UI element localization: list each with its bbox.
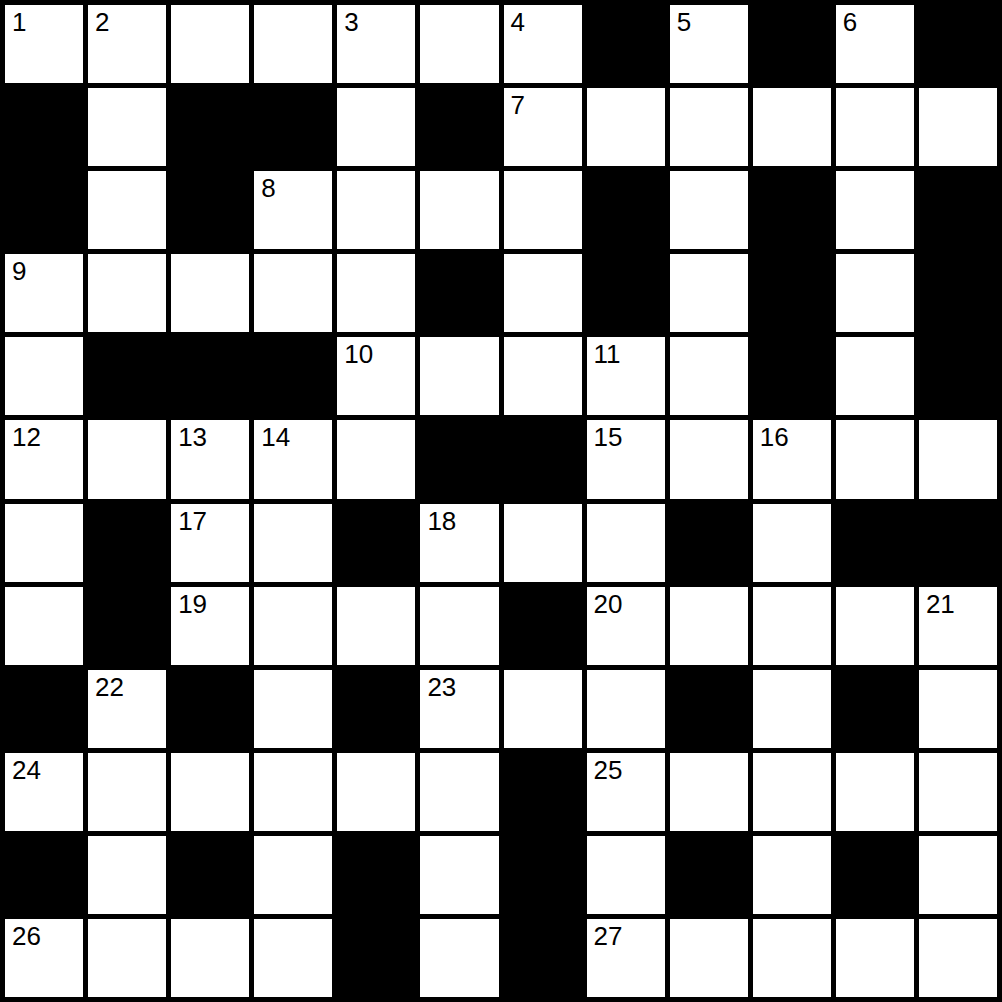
grid-cell[interactable] <box>420 836 498 914</box>
blocked-cell <box>171 88 249 166</box>
clue-number: 23 <box>427 673 456 702</box>
clue-number: 14 <box>261 423 290 452</box>
blocked-cell <box>171 337 249 415</box>
clue-number: 11 <box>594 340 621 369</box>
blocked-cell <box>88 504 166 582</box>
clue-number: 17 <box>178 507 207 536</box>
grid-cell[interactable] <box>587 836 665 914</box>
clue-number: 13 <box>178 423 207 452</box>
blocked-cell <box>670 670 748 748</box>
grid-cell[interactable] <box>337 587 415 665</box>
blocked-cell <box>753 5 831 83</box>
grid-cell[interactable] <box>337 753 415 831</box>
grid-cell[interactable]: 26 <box>5 919 83 997</box>
blocked-cell <box>753 254 831 332</box>
grid-cell[interactable] <box>88 171 166 249</box>
grid-cell[interactable] <box>254 753 332 831</box>
grid-cell[interactable] <box>88 836 166 914</box>
grid-cell[interactable] <box>254 670 332 748</box>
grid-cell[interactable]: 11 <box>587 337 665 415</box>
grid-cell[interactable] <box>254 254 332 332</box>
grid-cell[interactable]: 9 <box>5 254 83 332</box>
grid-cell[interactable] <box>836 88 914 166</box>
clue-number: 19 <box>178 590 207 619</box>
blocked-cell <box>504 919 582 997</box>
grid-cell[interactable] <box>171 254 249 332</box>
grid-cell[interactable] <box>88 254 166 332</box>
grid-cell[interactable]: 1 <box>5 5 83 83</box>
grid-cell[interactable] <box>420 919 498 997</box>
grid-cell[interactable] <box>254 5 332 83</box>
blocked-cell <box>919 254 997 332</box>
clue-number: 18 <box>427 507 456 536</box>
grid-cell[interactable] <box>919 670 997 748</box>
blocked-cell <box>670 836 748 914</box>
grid-cell[interactable]: 20 <box>587 587 665 665</box>
grid-cell[interactable]: 7 <box>504 88 582 166</box>
grid-cell[interactable] <box>587 670 665 748</box>
grid-cell[interactable] <box>670 254 748 332</box>
grid-cell[interactable] <box>919 753 997 831</box>
blocked-cell <box>171 670 249 748</box>
grid-cell[interactable] <box>504 670 582 748</box>
blocked-cell <box>88 587 166 665</box>
grid-cell[interactable] <box>88 919 166 997</box>
grid-cell[interactable]: 22 <box>88 670 166 748</box>
clue-number: 5 <box>677 8 691 37</box>
blocked-cell <box>670 504 748 582</box>
grid-cell[interactable] <box>504 254 582 332</box>
clue-number: 15 <box>594 423 623 452</box>
blocked-cell <box>337 504 415 582</box>
blocked-cell <box>753 171 831 249</box>
grid-cell[interactable] <box>88 420 166 498</box>
grid-cell[interactable] <box>254 504 332 582</box>
grid-cell[interactable] <box>836 337 914 415</box>
blocked-cell <box>587 254 665 332</box>
grid-cell[interactable]: 17 <box>171 504 249 582</box>
grid-cell[interactable] <box>670 587 748 665</box>
grid-cell[interactable] <box>254 919 332 997</box>
grid-cell[interactable] <box>670 171 748 249</box>
blocked-cell <box>919 337 997 415</box>
grid-cell[interactable]: 18 <box>420 504 498 582</box>
grid-cell[interactable] <box>5 587 83 665</box>
blocked-cell <box>753 337 831 415</box>
grid-cell[interactable] <box>420 587 498 665</box>
blocked-cell <box>919 5 997 83</box>
grid-cell[interactable] <box>919 420 997 498</box>
blocked-cell <box>587 5 665 83</box>
blocked-cell <box>337 670 415 748</box>
grid-cell[interactable]: 5 <box>670 5 748 83</box>
clue-number: 7 <box>511 91 525 120</box>
grid-cell[interactable]: 16 <box>753 420 831 498</box>
blocked-cell <box>836 504 914 582</box>
clue-number: 21 <box>926 590 955 619</box>
grid-cell[interactable]: 27 <box>587 919 665 997</box>
blocked-cell <box>504 836 582 914</box>
blocked-cell <box>5 171 83 249</box>
grid-cell[interactable] <box>753 587 831 665</box>
grid-cell[interactable]: 19 <box>171 587 249 665</box>
grid-cell[interactable]: 8 <box>254 171 332 249</box>
blocked-cell <box>504 587 582 665</box>
grid-cell[interactable] <box>337 88 415 166</box>
grid-cell[interactable] <box>254 836 332 914</box>
blocked-cell <box>587 171 665 249</box>
grid-cell[interactable] <box>753 919 831 997</box>
grid-cell[interactable]: 23 <box>420 670 498 748</box>
grid-cell[interactable]: 21 <box>919 587 997 665</box>
blocked-cell <box>5 670 83 748</box>
grid-cell[interactable] <box>919 836 997 914</box>
blocked-cell <box>171 836 249 914</box>
grid-cell[interactable] <box>836 171 914 249</box>
grid-cell[interactable]: 15 <box>587 420 665 498</box>
grid-cell[interactable] <box>337 254 415 332</box>
grid-cell[interactable] <box>836 254 914 332</box>
grid-cell[interactable] <box>670 337 748 415</box>
blocked-cell <box>254 88 332 166</box>
blocked-cell <box>919 171 997 249</box>
grid-cell[interactable] <box>420 337 498 415</box>
grid-cell[interactable]: 10 <box>337 337 415 415</box>
grid-cell[interactable] <box>171 919 249 997</box>
clue-number: 12 <box>12 423 41 452</box>
grid-cell[interactable] <box>254 587 332 665</box>
grid-cell[interactable] <box>753 753 831 831</box>
grid-cell[interactable]: 14 <box>254 420 332 498</box>
grid-cell[interactable]: 3 <box>337 5 415 83</box>
grid-cell[interactable] <box>836 753 914 831</box>
grid-cell[interactable] <box>420 5 498 83</box>
grid-cell[interactable] <box>337 420 415 498</box>
blocked-cell <box>88 337 166 415</box>
grid-cell[interactable]: 25 <box>587 753 665 831</box>
grid-cell[interactable] <box>836 919 914 997</box>
grid-cell[interactable] <box>504 504 582 582</box>
clue-number: 3 <box>344 8 358 37</box>
grid-cell[interactable] <box>753 836 831 914</box>
blocked-cell <box>420 88 498 166</box>
clue-number: 16 <box>760 423 789 452</box>
grid-cell[interactable] <box>670 88 748 166</box>
blocked-cell <box>337 919 415 997</box>
clue-number: 27 <box>594 922 623 951</box>
blocked-cell <box>919 504 997 582</box>
grid-cell[interactable] <box>337 171 415 249</box>
clue-number: 4 <box>511 8 525 37</box>
grid-cell[interactable]: 2 <box>88 5 166 83</box>
grid-cell[interactable] <box>753 670 831 748</box>
clue-number: 22 <box>95 673 124 702</box>
grid-cell[interactable] <box>504 337 582 415</box>
grid-cell[interactable] <box>836 420 914 498</box>
grid-cell[interactable]: 13 <box>171 420 249 498</box>
grid-cell[interactable] <box>587 88 665 166</box>
grid-cell[interactable] <box>171 5 249 83</box>
clue-number: 9 <box>12 257 26 286</box>
grid-cell[interactable]: 6 <box>836 5 914 83</box>
blocked-cell <box>171 171 249 249</box>
grid-cell[interactable] <box>836 587 914 665</box>
grid-cell[interactable] <box>753 88 831 166</box>
clue-number: 1 <box>12 8 26 37</box>
grid-cell[interactable] <box>670 420 748 498</box>
blocked-cell <box>836 670 914 748</box>
blocked-cell <box>5 88 83 166</box>
clue-number: 20 <box>594 590 623 619</box>
crossword-grid: 1234567891011121314151617181920212223242… <box>0 0 1002 1002</box>
clue-number: 8 <box>261 174 275 203</box>
blocked-cell <box>504 753 582 831</box>
blocked-cell <box>254 337 332 415</box>
clue-number: 6 <box>843 8 857 37</box>
grid-cell[interactable] <box>420 753 498 831</box>
grid-cell[interactable] <box>504 171 582 249</box>
grid-cell[interactable]: 12 <box>5 420 83 498</box>
blocked-cell <box>5 836 83 914</box>
blocked-cell <box>504 420 582 498</box>
clue-number: 26 <box>12 922 41 951</box>
clue-number: 2 <box>95 8 109 37</box>
clue-number: 24 <box>12 756 41 785</box>
grid-cell[interactable] <box>88 753 166 831</box>
grid-cell[interactable] <box>670 919 748 997</box>
clue-number: 25 <box>594 756 623 785</box>
grid-cell[interactable] <box>670 753 748 831</box>
blocked-cell <box>420 420 498 498</box>
grid-cell[interactable] <box>587 504 665 582</box>
grid-cell[interactable] <box>420 171 498 249</box>
clue-number: 10 <box>344 340 373 369</box>
grid-cell[interactable] <box>919 88 997 166</box>
blocked-cell <box>836 836 914 914</box>
grid-cell[interactable] <box>753 504 831 582</box>
grid-cell[interactable] <box>88 88 166 166</box>
grid-cell[interactable]: 4 <box>504 5 582 83</box>
blocked-cell <box>420 254 498 332</box>
grid-cell[interactable]: 24 <box>5 753 83 831</box>
blocked-cell <box>337 836 415 914</box>
grid-cell[interactable] <box>5 504 83 582</box>
grid-cell[interactable] <box>5 337 83 415</box>
grid-cell[interactable] <box>919 919 997 997</box>
grid-cell[interactable] <box>171 753 249 831</box>
